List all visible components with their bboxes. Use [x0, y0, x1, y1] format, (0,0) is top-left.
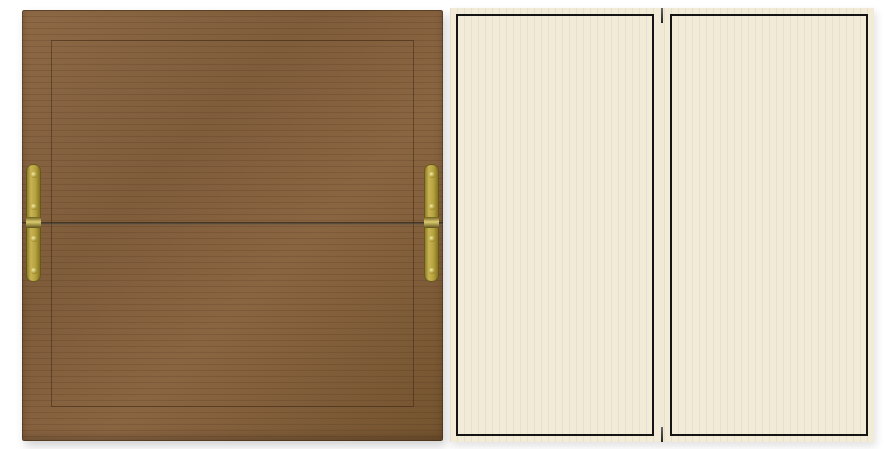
bg-points-top-right	[672, 16, 866, 164]
right-brass-hinge	[424, 164, 439, 282]
screw-icon	[31, 172, 37, 178]
checkers-board	[22, 10, 443, 441]
screw-icon	[31, 268, 37, 274]
hinge-pin-top	[661, 8, 663, 23]
bg-points-top-left	[458, 16, 652, 164]
screw-icon	[31, 236, 37, 242]
screw-icon	[429, 268, 435, 274]
screw-icon	[429, 172, 435, 178]
hinge-knuckle	[26, 217, 41, 228]
bg-points-bottom-right	[672, 286, 866, 434]
game-set-photo	[0, 0, 885, 449]
screw-icon	[31, 204, 37, 210]
screw-icon	[429, 236, 435, 242]
backgammon-right-half	[664, 8, 874, 442]
backgammon-board	[450, 8, 874, 442]
left-brass-hinge	[26, 164, 41, 282]
hinge-knuckle	[424, 217, 439, 228]
checkers-fold-seam	[22, 222, 443, 225]
backgammon-left-half	[450, 8, 660, 442]
screw-icon	[429, 204, 435, 210]
hinge-pin-bottom	[661, 427, 663, 442]
bg-points-bottom-left	[458, 286, 652, 434]
